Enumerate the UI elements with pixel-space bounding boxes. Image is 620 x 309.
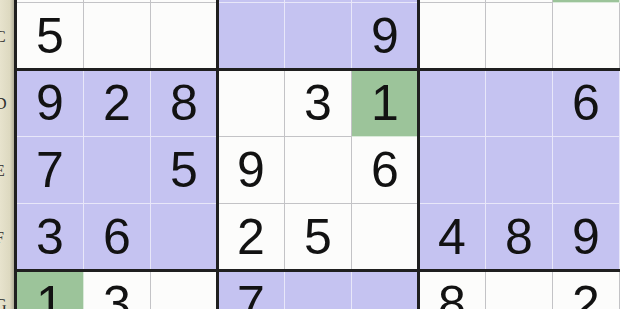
- cell-C5[interactable]: [285, 3, 352, 70]
- cell-C9[interactable]: [553, 3, 620, 70]
- cell-G1[interactable]: 1: [17, 271, 84, 309]
- row-label-f: F: [0, 228, 11, 248]
- cell-G5[interactable]: [285, 271, 352, 309]
- cell-E3[interactable]: 5: [151, 137, 218, 204]
- cell-D2[interactable]: 2: [84, 70, 151, 137]
- cell-D9[interactable]: 6: [553, 70, 620, 137]
- sudoku-screen: 599283167596362548913782 C D E F G: [0, 0, 620, 309]
- sudoku-grid: 599283167596362548913782: [17, 0, 620, 309]
- cell-F4[interactable]: 2: [218, 204, 285, 271]
- cell-G2[interactable]: 3: [84, 271, 151, 309]
- row-label-g: G: [0, 295, 11, 309]
- cell-D5[interactable]: 3: [285, 70, 352, 137]
- cell-E4[interactable]: 9: [218, 137, 285, 204]
- cell-G4[interactable]: 7: [218, 271, 285, 309]
- cell-E8[interactable]: [486, 137, 553, 204]
- cell-C3[interactable]: [151, 3, 218, 70]
- cell-G8[interactable]: [486, 271, 553, 309]
- cell-E7[interactable]: [419, 137, 486, 204]
- cell-F3[interactable]: [151, 204, 218, 271]
- cell-F9[interactable]: 9: [553, 204, 620, 271]
- cell-D7[interactable]: [419, 70, 486, 137]
- cell-C2[interactable]: [84, 3, 151, 70]
- cell-G7[interactable]: 8: [419, 271, 486, 309]
- cell-C8[interactable]: [486, 3, 553, 70]
- cell-D6[interactable]: 1: [352, 70, 419, 137]
- cell-F2[interactable]: 6: [84, 204, 151, 271]
- cell-C1[interactable]: 5: [17, 3, 84, 70]
- cell-F5[interactable]: 5: [285, 204, 352, 271]
- cell-C7[interactable]: [419, 3, 486, 70]
- cell-F7[interactable]: 4: [419, 204, 486, 271]
- cell-F6[interactable]: [352, 204, 419, 271]
- row-label-d: D: [0, 94, 11, 114]
- cell-C6[interactable]: 9: [352, 3, 419, 70]
- cell-D4[interactable]: [218, 70, 285, 137]
- cell-D3[interactable]: 8: [151, 70, 218, 137]
- cell-F8[interactable]: 8: [486, 204, 553, 271]
- row-label-c: C: [0, 27, 11, 47]
- cell-E2[interactable]: [84, 137, 151, 204]
- cell-G9[interactable]: 2: [553, 271, 620, 309]
- cell-D1[interactable]: 9: [17, 70, 84, 137]
- cell-F1[interactable]: 3: [17, 204, 84, 271]
- cell-E5[interactable]: [285, 137, 352, 204]
- cell-D8[interactable]: [486, 70, 553, 137]
- row-label-e: E: [0, 161, 11, 181]
- cell-E1[interactable]: 7: [17, 137, 84, 204]
- cell-C4[interactable]: [218, 3, 285, 70]
- cell-E6[interactable]: 6: [352, 137, 419, 204]
- sudoku-board: 599283167596362548913782: [14, 0, 620, 309]
- cell-E9[interactable]: [553, 137, 620, 204]
- cell-G3[interactable]: [151, 271, 218, 309]
- cell-G6[interactable]: [352, 271, 419, 309]
